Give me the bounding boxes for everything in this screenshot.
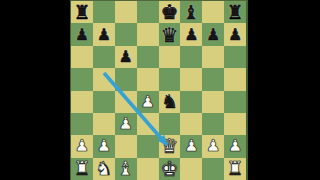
square-c7[interactable] — [115, 23, 137, 45]
black-pawn[interactable]: ♟ — [224, 23, 246, 45]
square-b7[interactable]: ♟ — [93, 23, 115, 45]
white-rook[interactable]: ♜ — [224, 158, 246, 180]
square-e6[interactable] — [159, 46, 181, 68]
square-d4[interactable]: ♟ — [137, 91, 159, 113]
square-g6[interactable] — [202, 46, 224, 68]
square-a1[interactable]: ♜ — [71, 158, 93, 180]
square-a3[interactable] — [71, 113, 93, 135]
black-king[interactable]: ♚ — [159, 1, 181, 23]
white-pawn[interactable]: ♟ — [137, 91, 159, 113]
square-g5[interactable] — [202, 68, 224, 90]
square-c6[interactable]: ♟ — [115, 46, 137, 68]
white-pawn[interactable]: ♟ — [224, 135, 246, 157]
video-frame: ♜♚♝♜♟♟♛♟♟♟♟♟♞♟♟♟♛♟♟♟♜♞♝♚♜ — [0, 0, 320, 180]
square-a8[interactable]: ♜ — [71, 1, 93, 23]
square-b6[interactable] — [93, 46, 115, 68]
square-h4[interactable] — [224, 91, 246, 113]
square-h1[interactable]: ♜ — [224, 158, 246, 180]
square-f1[interactable] — [180, 158, 202, 180]
square-f8[interactable]: ♝ — [180, 1, 202, 23]
square-d5[interactable] — [137, 68, 159, 90]
square-d6[interactable] — [137, 46, 159, 68]
white-pawn[interactable]: ♟ — [93, 135, 115, 157]
square-f6[interactable] — [180, 46, 202, 68]
square-f5[interactable] — [180, 68, 202, 90]
square-d2[interactable] — [137, 135, 159, 157]
square-c2[interactable] — [115, 135, 137, 157]
square-a7[interactable]: ♟ — [71, 23, 93, 45]
square-c5[interactable] — [115, 68, 137, 90]
black-rook[interactable]: ♜ — [224, 1, 246, 23]
white-king[interactable]: ♚ — [159, 158, 181, 180]
square-f2[interactable]: ♟ — [180, 135, 202, 157]
square-b2[interactable]: ♟ — [93, 135, 115, 157]
black-knight[interactable]: ♞ — [159, 91, 181, 113]
black-bishop[interactable]: ♝ — [180, 1, 202, 23]
square-e8[interactable]: ♚ — [159, 1, 181, 23]
square-h6[interactable] — [224, 46, 246, 68]
letterbox-left — [0, 0, 70, 180]
square-g4[interactable] — [202, 91, 224, 113]
square-g1[interactable] — [202, 158, 224, 180]
square-e3[interactable] — [159, 113, 181, 135]
square-a6[interactable] — [71, 46, 93, 68]
square-g7[interactable]: ♟ — [202, 23, 224, 45]
letterbox-right — [248, 0, 320, 180]
square-b8[interactable] — [93, 1, 115, 23]
black-pawn[interactable]: ♟ — [93, 23, 115, 45]
square-f3[interactable] — [180, 113, 202, 135]
black-pawn[interactable]: ♟ — [180, 23, 202, 45]
square-g8[interactable] — [202, 1, 224, 23]
square-c3[interactable]: ♟ — [115, 113, 137, 135]
square-d1[interactable] — [137, 158, 159, 180]
square-b3[interactable] — [93, 113, 115, 135]
square-d3[interactable] — [137, 113, 159, 135]
square-a4[interactable] — [71, 91, 93, 113]
square-b1[interactable]: ♞ — [93, 158, 115, 180]
square-h3[interactable] — [224, 113, 246, 135]
square-d8[interactable] — [137, 1, 159, 23]
black-rook[interactable]: ♜ — [71, 1, 93, 23]
square-e5[interactable] — [159, 68, 181, 90]
white-bishop[interactable]: ♝ — [115, 158, 137, 180]
square-c4[interactable] — [115, 91, 137, 113]
square-e2[interactable]: ♛ — [159, 135, 181, 157]
square-f4[interactable] — [180, 91, 202, 113]
square-b4[interactable] — [93, 91, 115, 113]
square-b5[interactable] — [93, 68, 115, 90]
square-g3[interactable] — [202, 113, 224, 135]
square-d7[interactable] — [137, 23, 159, 45]
black-pawn[interactable]: ♟ — [202, 23, 224, 45]
square-h7[interactable]: ♟ — [224, 23, 246, 45]
white-pawn[interactable]: ♟ — [115, 113, 137, 135]
square-c8[interactable] — [115, 1, 137, 23]
square-h2[interactable]: ♟ — [224, 135, 246, 157]
black-queen[interactable]: ♛ — [159, 23, 181, 45]
white-pawn[interactable]: ♟ — [202, 135, 224, 157]
white-rook[interactable]: ♜ — [71, 158, 93, 180]
square-g2[interactable]: ♟ — [202, 135, 224, 157]
square-h8[interactable]: ♜ — [224, 1, 246, 23]
white-queen[interactable]: ♛ — [159, 135, 181, 157]
square-a2[interactable]: ♟ — [71, 135, 93, 157]
square-a5[interactable] — [71, 68, 93, 90]
white-knight[interactable]: ♞ — [93, 158, 115, 180]
white-pawn[interactable]: ♟ — [180, 135, 202, 157]
square-e1[interactable]: ♚ — [159, 158, 181, 180]
black-pawn[interactable]: ♟ — [115, 46, 137, 68]
black-pawn[interactable]: ♟ — [71, 23, 93, 45]
square-e7[interactable]: ♛ — [159, 23, 181, 45]
white-pawn[interactable]: ♟ — [71, 135, 93, 157]
square-c1[interactable]: ♝ — [115, 158, 137, 180]
square-h5[interactable] — [224, 68, 246, 90]
chess-board[interactable]: ♜♚♝♜♟♟♛♟♟♟♟♟♞♟♟♟♛♟♟♟♜♞♝♚♜ — [70, 0, 248, 180]
square-e4[interactable]: ♞ — [159, 91, 181, 113]
square-f7[interactable]: ♟ — [180, 23, 202, 45]
